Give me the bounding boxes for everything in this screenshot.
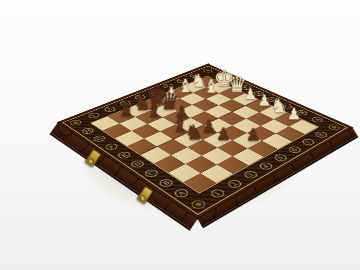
chess-set-photo: 11HH22GG33FF44EE55DD66CC77BB88AA ♜♞♚♟♝♞♝… [0,0,360,270]
piece-black-pawn[interactable]: ♟ [230,127,276,144]
chess-board: 11HH22GG33FF44EE55DD66CC77BB88AA ♜♞♚♟♝♞♝… [58,64,352,218]
board-outer-frame: 11HH22GG33FF44EE55DD66CC77BB88AA ♜♞♚♟♝♞♝… [58,64,352,218]
piece-white-pawn[interactable]: ♟ [272,106,316,122]
